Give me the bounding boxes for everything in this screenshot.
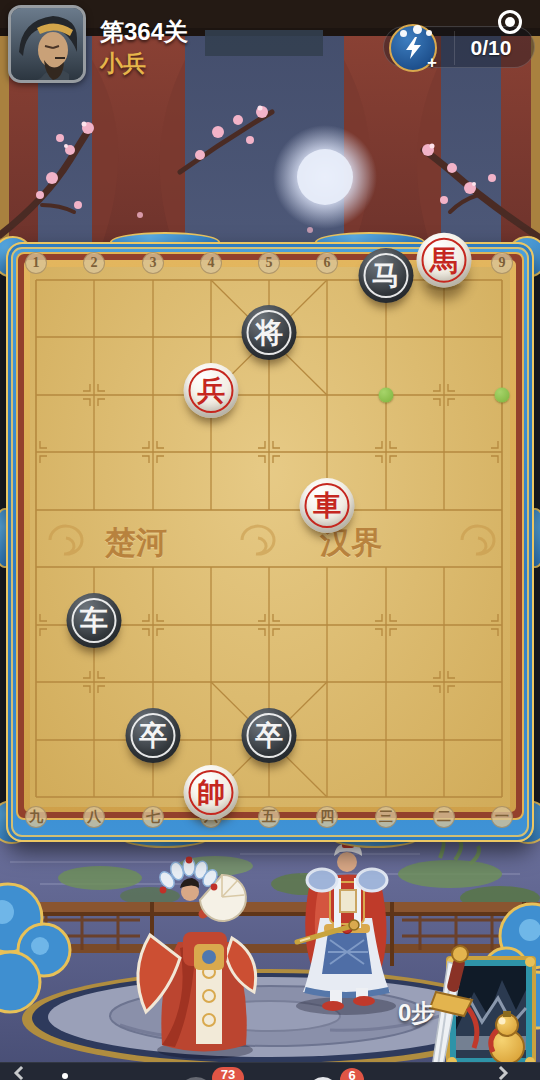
notification-badge-left: 73 <box>212 1067 244 1080</box>
file-label-bottom-6: 四 <box>316 806 338 828</box>
player-avatar[interactable] <box>8 5 86 83</box>
piece-black-soldier-2[interactable]: 卒 <box>242 708 297 763</box>
file-label-bottom-1: 九 <box>25 806 47 828</box>
pill-divider <box>454 31 455 65</box>
move-hint-dot[interactable] <box>495 388 510 403</box>
energy-pill[interactable]: + 0/10 <box>383 26 535 68</box>
piece-red-general[interactable]: 帥 <box>184 765 239 820</box>
bottom-nav-bar: 73 6 <box>0 1062 540 1080</box>
nav-dot <box>62 1073 68 1079</box>
file-label-top-3: 3 <box>142 252 164 274</box>
level-title: 第364关 <box>100 16 188 48</box>
file-label-bottom-3: 七 <box>142 806 164 828</box>
piece-black-soldier-1[interactable]: 卒 <box>126 708 181 763</box>
move-counter: 0步 <box>398 997 435 1029</box>
file-label-bottom-2: 八 <box>83 806 105 828</box>
bottom-stage-scene <box>0 840 540 1080</box>
file-label-top-9: 9 <box>491 252 513 274</box>
energy-add-plus[interactable]: + <box>427 53 437 73</box>
target-icon <box>498 10 522 34</box>
header-bar: 第364关 小兵 + 0/10 <box>0 0 540 95</box>
file-label-bottom-9: 一 <box>491 806 513 828</box>
file-label-top-6: 6 <box>316 252 338 274</box>
piece-black-general[interactable]: 将 <box>242 305 297 360</box>
xiangqi-game-screen: 楚河 汉界 123456789九八七六五四三二一 马馬将兵車车卒卒帥 <box>0 0 540 1080</box>
file-label-bottom-7: 三 <box>375 806 397 828</box>
piece-red-chariot[interactable]: 車 <box>300 478 355 533</box>
avatar-portrait <box>11 8 83 80</box>
file-label-top-2: 2 <box>83 252 105 274</box>
piece-black-horse[interactable]: 马 <box>359 248 414 303</box>
sparkle-dot <box>413 25 422 34</box>
notification-badge-right: 6 <box>340 1068 364 1080</box>
file-label-bottom-5: 五 <box>258 806 280 828</box>
energy-count: 0/10 <box>458 36 524 60</box>
piece-red-horse[interactable]: 馬 <box>417 233 472 288</box>
sparkle-dot <box>400 30 407 37</box>
file-label-top-5: 5 <box>258 252 280 274</box>
stage-name: 小兵 <box>100 48 146 79</box>
file-label-bottom-8: 二 <box>433 806 455 828</box>
piece-black-chariot[interactable]: 车 <box>67 593 122 648</box>
file-label-top-4: 4 <box>200 252 222 274</box>
move-hint-dot[interactable] <box>379 388 394 403</box>
next-arrow-icon[interactable] <box>494 1066 508 1080</box>
river-label-left: 楚河 <box>105 522 225 564</box>
prev-arrow-icon[interactable] <box>14 1066 28 1080</box>
sparkle-dot <box>426 30 432 36</box>
file-label-top-1: 1 <box>25 252 47 274</box>
piece-red-soldier[interactable]: 兵 <box>184 363 239 418</box>
